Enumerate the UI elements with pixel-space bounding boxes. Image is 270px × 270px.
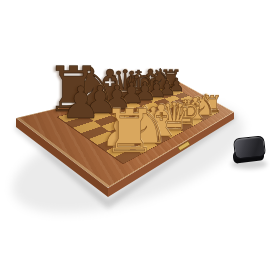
product-photo-scene: ♜♞♝♛♚♝♞♜♟♟♟♟♟♟♟♟♟♟♟♟♟♟♟♟♜♞♝♛♚♝♞♜: [0, 0, 270, 270]
electronics-module-top: [233, 135, 266, 159]
electronics-module: [233, 137, 267, 167]
